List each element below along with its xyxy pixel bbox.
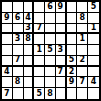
- sudoku-given-cell: 8: [24, 34, 35, 45]
- sudoku-given-cell: 9: [2, 13, 13, 24]
- sudoku-empty-cell[interactable]: [13, 45, 24, 56]
- sudoku-empty-cell[interactable]: [24, 2, 35, 13]
- sudoku-empty-cell[interactable]: [56, 13, 67, 24]
- sudoku-empty-cell[interactable]: [45, 77, 56, 88]
- sudoku-empty-cell[interactable]: [88, 56, 99, 67]
- sudoku-empty-cell[interactable]: [67, 24, 78, 35]
- sudoku-empty-cell[interactable]: [24, 77, 35, 88]
- sudoku-given-cell: 7: [34, 24, 45, 35]
- sudoku-empty-cell[interactable]: [56, 56, 67, 67]
- sudoku-empty-cell[interactable]: [2, 34, 13, 45]
- sudoku-empty-cell[interactable]: [2, 24, 13, 35]
- sudoku-given-cell: 4: [88, 77, 99, 88]
- sudoku-empty-cell[interactable]: [34, 13, 45, 24]
- sudoku-empty-cell[interactable]: [24, 88, 35, 99]
- sudoku-given-cell: 3: [24, 24, 35, 35]
- sudoku-empty-cell[interactable]: [24, 45, 35, 56]
- sudoku-empty-cell[interactable]: [77, 88, 88, 99]
- sudoku-empty-cell[interactable]: [77, 67, 88, 78]
- sudoku-empty-cell[interactable]: [34, 67, 45, 78]
- sudoku-empty-cell[interactable]: [34, 2, 45, 13]
- sudoku-empty-cell[interactable]: [67, 88, 78, 99]
- sudoku-empty-cell[interactable]: [88, 67, 99, 78]
- sudoku-empty-cell[interactable]: [45, 56, 56, 67]
- sudoku-given-cell: 4: [24, 13, 35, 24]
- sudoku-empty-cell[interactable]: [2, 77, 13, 88]
- sudoku-given-cell: 1: [77, 34, 88, 45]
- sudoku-empty-cell[interactable]: [45, 67, 56, 78]
- sudoku-empty-cell[interactable]: [2, 2, 13, 13]
- sudoku-empty-cell[interactable]: [2, 56, 13, 67]
- sudoku-empty-cell[interactable]: [77, 24, 88, 35]
- sudoku-given-cell: 8: [13, 77, 24, 88]
- sudoku-given-cell: 9: [67, 77, 78, 88]
- sudoku-board: 69596483713811537524728974758: [0, 0, 101, 101]
- sudoku-empty-cell[interactable]: [56, 34, 67, 45]
- sudoku-empty-cell[interactable]: [67, 2, 78, 13]
- sudoku-given-cell: 4: [2, 67, 13, 78]
- sudoku-empty-cell[interactable]: [45, 13, 56, 24]
- sudoku-given-cell: 5: [67, 56, 78, 67]
- sudoku-empty-cell[interactable]: [88, 34, 99, 45]
- sudoku-given-cell: 5: [45, 45, 56, 56]
- sudoku-empty-cell[interactable]: [45, 34, 56, 45]
- sudoku-given-cell: 7: [77, 77, 88, 88]
- sudoku-empty-cell[interactable]: [67, 13, 78, 24]
- sudoku-empty-cell[interactable]: [24, 67, 35, 78]
- sudoku-empty-cell[interactable]: [13, 24, 24, 35]
- sudoku-empty-cell[interactable]: [34, 34, 45, 45]
- sudoku-empty-cell[interactable]: [67, 45, 78, 56]
- sudoku-empty-cell[interactable]: [77, 2, 88, 13]
- sudoku-given-cell: 1: [88, 24, 99, 35]
- sudoku-empty-cell[interactable]: [67, 34, 78, 45]
- sudoku-given-cell: 5: [34, 88, 45, 99]
- sudoku-given-cell: 2: [77, 56, 88, 67]
- sudoku-empty-cell[interactable]: [34, 77, 45, 88]
- sudoku-empty-cell[interactable]: [45, 24, 56, 35]
- sudoku-empty-cell[interactable]: [34, 56, 45, 67]
- sudoku-given-cell: 7: [56, 67, 67, 78]
- sudoku-empty-cell[interactable]: [56, 88, 67, 99]
- sudoku-empty-cell[interactable]: [88, 45, 99, 56]
- sudoku-given-cell: 7: [13, 56, 24, 67]
- sudoku-given-cell: 6: [45, 2, 56, 13]
- sudoku-given-cell: 2: [67, 67, 78, 78]
- sudoku-empty-cell[interactable]: [88, 13, 99, 24]
- sudoku-given-cell: 1: [34, 45, 45, 56]
- sudoku-given-cell: 3: [13, 34, 24, 45]
- sudoku-given-cell: 3: [56, 45, 67, 56]
- sudoku-given-cell: 9: [56, 2, 67, 13]
- sudoku-empty-cell[interactable]: [2, 45, 13, 56]
- sudoku-empty-cell[interactable]: [13, 2, 24, 13]
- sudoku-empty-cell[interactable]: [13, 67, 24, 78]
- sudoku-empty-cell[interactable]: [56, 24, 67, 35]
- sudoku-given-cell: 8: [77, 13, 88, 24]
- sudoku-empty-cell[interactable]: [24, 56, 35, 67]
- sudoku-empty-cell[interactable]: [77, 45, 88, 56]
- sudoku-given-cell: 6: [13, 13, 24, 24]
- sudoku-empty-cell[interactable]: [88, 88, 99, 99]
- sudoku-empty-cell[interactable]: [56, 77, 67, 88]
- sudoku-given-cell: 7: [2, 88, 13, 99]
- sudoku-given-cell: 5: [88, 2, 99, 13]
- sudoku-empty-cell[interactable]: [13, 88, 24, 99]
- sudoku-given-cell: 8: [45, 88, 56, 99]
